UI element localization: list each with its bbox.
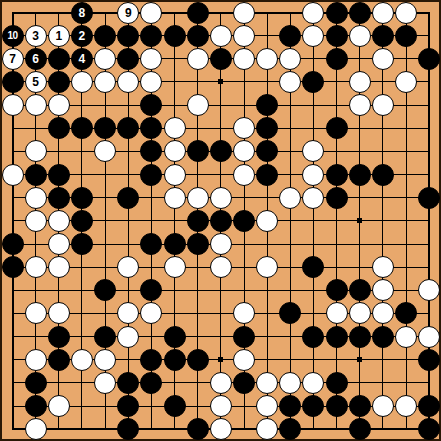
black-stone — [395, 302, 417, 324]
black-stone-move-2: 2 — [71, 25, 93, 47]
white-stone — [210, 372, 232, 394]
black-stone — [326, 187, 348, 209]
white-stone — [233, 164, 255, 186]
white-stone — [233, 349, 255, 371]
white-stone — [25, 94, 47, 116]
white-stone — [372, 94, 394, 116]
black-stone — [187, 25, 209, 47]
black-stone — [302, 256, 324, 278]
white-stone — [25, 140, 47, 162]
black-stone — [302, 326, 324, 348]
board-surface: 89103127645 — [2, 2, 439, 439]
white-stone — [395, 395, 417, 417]
white-stone — [94, 372, 116, 394]
black-stone — [395, 25, 417, 47]
white-stone — [25, 349, 47, 371]
black-stone — [302, 71, 324, 93]
white-stone — [94, 48, 116, 70]
white-stone — [210, 395, 232, 417]
black-stone — [25, 164, 47, 186]
black-stone — [418, 395, 440, 417]
white-stone — [395, 2, 417, 24]
white-stone — [94, 71, 116, 93]
white-stone — [187, 94, 209, 116]
white-stone — [256, 210, 278, 232]
black-stone — [140, 279, 162, 301]
black-stone — [326, 117, 348, 139]
black-stone — [164, 395, 186, 417]
black-stone-move-10: 10 — [2, 25, 24, 47]
white-stone — [302, 164, 324, 186]
white-stone — [210, 256, 232, 278]
black-stone — [164, 233, 186, 255]
white-stone — [25, 256, 47, 278]
white-stone — [117, 71, 139, 93]
white-stone-move-1: 1 — [48, 25, 70, 47]
white-stone — [372, 256, 394, 278]
white-stone — [279, 372, 301, 394]
black-stone — [418, 187, 440, 209]
black-stone — [326, 279, 348, 301]
black-stone — [256, 117, 278, 139]
black-stone — [71, 210, 93, 232]
black-stone — [279, 418, 301, 440]
white-stone — [48, 210, 70, 232]
black-stone — [94, 326, 116, 348]
black-stone — [210, 210, 232, 232]
black-stone — [233, 210, 255, 232]
black-stone — [94, 117, 116, 139]
black-stone — [164, 326, 186, 348]
white-stone — [71, 349, 93, 371]
black-stone — [210, 140, 232, 162]
white-stone — [210, 418, 232, 440]
black-stone — [48, 164, 70, 186]
black-stone — [233, 326, 255, 348]
black-stone — [326, 2, 348, 24]
white-stone — [372, 2, 394, 24]
white-stone — [372, 302, 394, 324]
white-stone — [256, 395, 278, 417]
black-stone — [164, 25, 186, 47]
black-stone-move-8: 8 — [71, 2, 93, 24]
black-stone — [117, 372, 139, 394]
black-stone — [326, 372, 348, 394]
white-stone — [256, 256, 278, 278]
white-stone — [164, 256, 186, 278]
black-stone — [326, 48, 348, 70]
black-stone — [25, 372, 47, 394]
black-stone — [94, 25, 116, 47]
white-stone — [349, 25, 371, 47]
black-stone — [233, 372, 255, 394]
black-stone — [2, 233, 24, 255]
white-stone — [2, 94, 24, 116]
black-stone — [349, 326, 371, 348]
white-stone — [279, 48, 301, 70]
black-stone — [418, 349, 440, 371]
black-stone — [48, 71, 70, 93]
white-stone — [418, 326, 440, 348]
white-stone — [233, 302, 255, 324]
white-stone — [48, 233, 70, 255]
black-stone — [48, 349, 70, 371]
white-stone-move-9: 9 — [117, 2, 139, 24]
white-stone — [349, 302, 371, 324]
white-stone — [187, 48, 209, 70]
white-stone — [349, 94, 371, 116]
white-stone — [164, 164, 186, 186]
white-stone — [395, 71, 417, 93]
black-stone — [187, 140, 209, 162]
grid-line — [336, 12, 337, 431]
white-stone — [256, 48, 278, 70]
white-stone — [164, 117, 186, 139]
white-stone — [279, 187, 301, 209]
white-stone — [117, 302, 139, 324]
star-point — [357, 357, 362, 362]
black-stone — [164, 349, 186, 371]
black-stone — [418, 418, 440, 440]
black-stone — [140, 117, 162, 139]
white-stone — [256, 372, 278, 394]
white-stone — [395, 326, 417, 348]
black-stone — [372, 326, 394, 348]
black-stone — [187, 349, 209, 371]
white-stone — [233, 117, 255, 139]
black-stone — [48, 187, 70, 209]
black-stone — [187, 2, 209, 24]
black-stone — [418, 48, 440, 70]
white-stone — [233, 48, 255, 70]
star-point — [357, 218, 362, 223]
black-stone — [140, 140, 162, 162]
white-stone — [302, 372, 324, 394]
white-stone-move-3: 3 — [25, 25, 47, 47]
white-stone — [117, 326, 139, 348]
white-stone — [25, 187, 47, 209]
white-stone — [210, 25, 232, 47]
white-stone — [187, 187, 209, 209]
black-stone — [48, 117, 70, 139]
white-stone — [372, 48, 394, 70]
black-stone — [71, 187, 93, 209]
black-stone — [140, 25, 162, 47]
star-point — [218, 357, 223, 362]
black-stone — [2, 256, 24, 278]
white-stone — [94, 349, 116, 371]
black-stone — [372, 25, 394, 47]
white-stone — [48, 94, 70, 116]
white-stone — [2, 164, 24, 186]
black-stone — [326, 164, 348, 186]
black-stone — [117, 395, 139, 417]
white-stone — [48, 302, 70, 324]
black-stone — [210, 48, 232, 70]
black-stone — [256, 94, 278, 116]
white-stone — [349, 71, 371, 93]
white-stone — [256, 418, 278, 440]
white-stone — [94, 140, 116, 162]
black-stone-move-6: 6 — [25, 48, 47, 70]
white-stone — [164, 140, 186, 162]
black-stone — [256, 140, 278, 162]
white-stone — [372, 279, 394, 301]
black-stone — [187, 418, 209, 440]
black-stone — [140, 349, 162, 371]
black-stone — [349, 395, 371, 417]
black-stone — [140, 233, 162, 255]
black-stone — [117, 25, 139, 47]
black-stone — [279, 25, 301, 47]
white-stone — [25, 418, 47, 440]
white-stone — [117, 256, 139, 278]
white-stone — [25, 302, 47, 324]
white-stone-move-5: 5 — [25, 71, 47, 93]
black-stone — [326, 25, 348, 47]
white-stone — [233, 140, 255, 162]
black-stone — [94, 279, 116, 301]
black-stone — [140, 94, 162, 116]
white-stone — [140, 302, 162, 324]
black-stone — [71, 233, 93, 255]
black-stone — [256, 164, 278, 186]
go-board[interactable]: 89103127645 — [0, 0, 441, 441]
white-stone — [418, 279, 440, 301]
black-stone — [140, 164, 162, 186]
black-stone — [326, 395, 348, 417]
black-stone — [187, 233, 209, 255]
black-stone — [117, 187, 139, 209]
white-stone — [233, 25, 255, 47]
white-stone — [140, 48, 162, 70]
black-stone — [279, 395, 301, 417]
black-stone — [25, 395, 47, 417]
star-point — [218, 79, 223, 84]
white-stone — [140, 2, 162, 24]
white-stone — [140, 71, 162, 93]
white-stone — [25, 210, 47, 232]
white-stone — [233, 2, 255, 24]
black-stone — [187, 210, 209, 232]
white-stone — [302, 140, 324, 162]
white-stone-move-7: 7 — [2, 48, 24, 70]
go-diagram: 89103127645 — [0, 0, 441, 441]
white-stone — [164, 187, 186, 209]
black-stone — [349, 164, 371, 186]
white-stone — [326, 302, 348, 324]
black-stone — [48, 326, 70, 348]
black-stone — [372, 164, 394, 186]
white-stone — [302, 25, 324, 47]
white-stone — [302, 2, 324, 24]
black-stone — [302, 395, 324, 417]
black-stone — [326, 326, 348, 348]
white-stone — [48, 395, 70, 417]
black-stone — [2, 71, 24, 93]
black-stone — [279, 302, 301, 324]
black-stone — [71, 117, 93, 139]
white-stone — [210, 187, 232, 209]
white-stone — [210, 233, 232, 255]
white-stone — [71, 71, 93, 93]
black-stone — [48, 48, 70, 70]
black-stone — [349, 2, 371, 24]
white-stone — [372, 395, 394, 417]
white-stone — [302, 187, 324, 209]
black-stone — [117, 418, 139, 440]
black-stone — [117, 48, 139, 70]
white-stone — [48, 256, 70, 278]
white-stone — [279, 71, 301, 93]
black-stone — [349, 279, 371, 301]
black-stone — [349, 418, 371, 440]
black-stone — [140, 372, 162, 394]
black-stone — [117, 117, 139, 139]
grid-line — [382, 12, 383, 431]
black-stone-move-4: 4 — [71, 48, 93, 70]
